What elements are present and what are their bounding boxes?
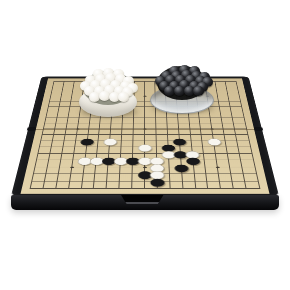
white-stone[interactable]: ● (103, 137, 119, 146)
white-stone[interactable]: ● (137, 143, 152, 152)
star-point (216, 166, 220, 168)
black-stone-in-bowl[interactable] (193, 86, 204, 96)
hinge-left (27, 127, 37, 130)
grid-cell (240, 154, 253, 161)
grid-cell (56, 181, 70, 188)
grid-cell (120, 174, 133, 181)
grid-cell (96, 167, 109, 174)
grid-cell (194, 167, 207, 174)
grid-cell (82, 174, 95, 181)
product-photo-go-set: ●●●●●●●●●●●●●●●●●●●●●● (0, 0, 290, 290)
board-front-edge (11, 195, 279, 210)
grid-cell (195, 181, 208, 188)
grid-cell (83, 167, 96, 174)
grid-cell (194, 174, 207, 181)
grid-cell (120, 181, 133, 188)
board-handle-notch (119, 195, 165, 204)
grid-cell (95, 174, 108, 181)
grid-cell (170, 174, 183, 181)
grid-cell (241, 160, 255, 167)
grid-cell (120, 167, 133, 174)
black-stone-bowl[interactable] (149, 64, 215, 114)
black-stone[interactable]: ● (173, 162, 189, 172)
go-board: ●●●●●●●●●●●●●●●●●●●●●● (11, 76, 279, 196)
grid-cell (182, 174, 195, 181)
grid-cell (245, 181, 259, 188)
grid-cell (207, 174, 220, 181)
grid-cell (107, 174, 120, 181)
grid-cell (94, 181, 107, 188)
board-grid: ●●●●●●●●●●●●●●●●●●●●●● (30, 81, 261, 189)
star-point (143, 96, 146, 97)
grid-cell (204, 154, 217, 161)
grid-cell (242, 167, 256, 174)
board-fold-line (36, 129, 254, 130)
grid-cell (170, 181, 183, 188)
grid-cell (69, 181, 83, 188)
grid-cell (132, 181, 145, 188)
grid-cell (107, 181, 120, 188)
grid-cell (70, 174, 83, 181)
white-stone-in-bowl[interactable] (118, 92, 129, 102)
board-surface[interactable]: ●●●●●●●●●●●●●●●●●●●●●● (21, 78, 270, 193)
grid-cell (81, 181, 94, 188)
grid-cell (208, 181, 222, 188)
black-stone[interactable]: ● (79, 137, 95, 146)
white-stone-bowl[interactable] (77, 67, 139, 117)
black-stone[interactable]: ● (149, 176, 165, 186)
grid-cell (108, 167, 121, 174)
grid-cell (244, 174, 258, 181)
grid-cell (183, 181, 196, 188)
grid-cell (71, 167, 84, 174)
hinge-right (254, 127, 264, 130)
white-stone[interactable]: ● (206, 137, 222, 146)
grid-cell (206, 167, 219, 174)
grid-cell (220, 181, 234, 188)
